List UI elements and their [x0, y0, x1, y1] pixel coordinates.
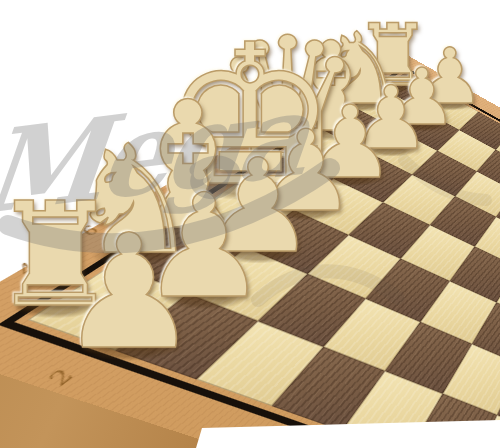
white-pawn-icon: ♟	[58, 213, 200, 371]
chess-set-product-photo: 4622 Mega ♜♞♟♟♝♟♛♟♚♟♝♟♞♟♜♟	[0, 0, 500, 448]
